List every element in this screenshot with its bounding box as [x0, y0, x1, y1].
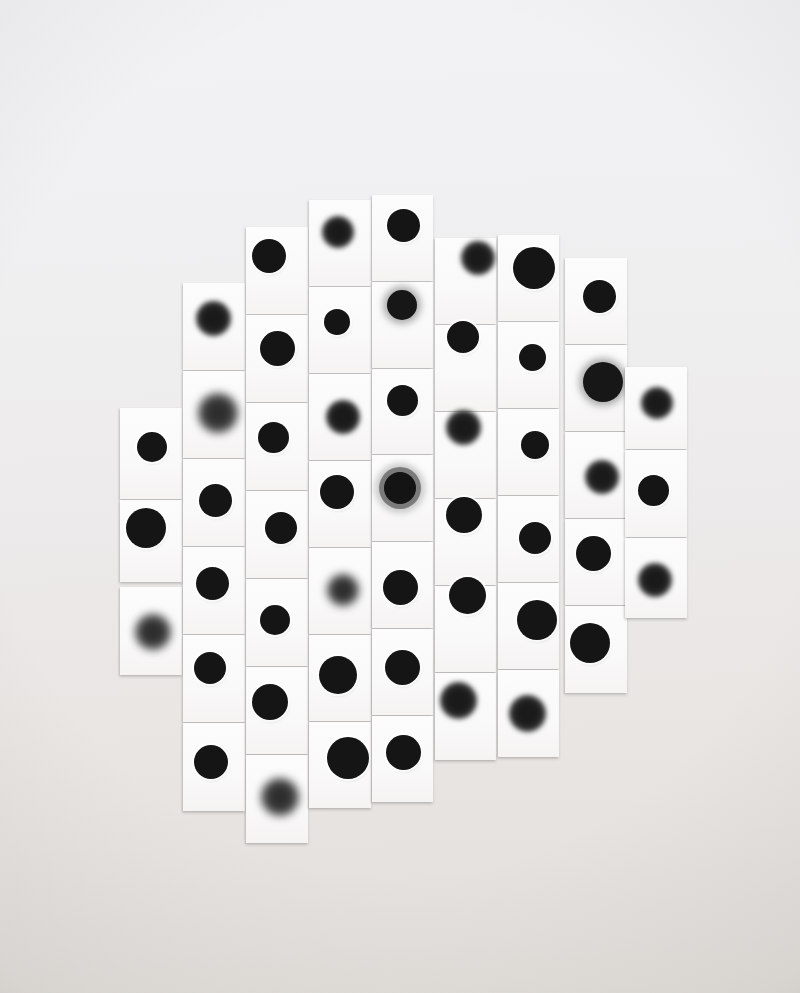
black-dot-sharp	[252, 239, 286, 273]
black-dot-sharp	[126, 508, 166, 548]
dot-card-c5r4	[372, 455, 433, 541]
dot-card-c7r2	[498, 322, 559, 408]
black-dot-sharp	[260, 605, 290, 635]
black-dot-sharp	[319, 656, 357, 694]
black-dot-sharp	[385, 650, 420, 685]
black-dot-halo	[387, 290, 417, 320]
black-dot-sharp	[576, 536, 611, 571]
dot-card-c3r2	[246, 315, 308, 402]
black-dot-blur-heavy	[135, 614, 171, 650]
dot-card-c8r5	[565, 606, 627, 693]
black-dot-sharp	[583, 280, 616, 313]
black-dot-blur-medium	[446, 410, 481, 445]
dot-card-c4r4	[309, 461, 371, 547]
black-dot-blur-medium	[326, 400, 360, 434]
dot-card-c9r2	[625, 450, 687, 537]
photo-canvas	[0, 0, 800, 993]
dot-card-c5r7	[372, 716, 433, 802]
black-dot-blur-medium	[440, 682, 477, 719]
dot-card-c3r7	[246, 755, 308, 843]
black-dot-sharp	[387, 209, 420, 242]
black-dot-blur-heavy	[327, 574, 359, 606]
dot-card-c4r7	[309, 722, 371, 808]
dot-card-c9r3	[625, 538, 687, 618]
black-dot-sharp	[260, 331, 295, 366]
black-dot-sharp	[327, 737, 369, 779]
dot-card-c7r1	[498, 235, 559, 321]
dot-card-c1r3	[120, 587, 182, 675]
black-dot-blur-medium	[638, 563, 672, 597]
black-dot-blur-medium	[585, 460, 619, 494]
dot-card-c4r2	[309, 287, 371, 373]
dot-card-c4r6	[309, 635, 371, 721]
dot-card-c6r3	[435, 412, 496, 498]
black-dot-sharp	[137, 432, 167, 462]
black-dot-sharp	[570, 623, 610, 663]
dot-card-c4r1	[309, 200, 371, 286]
black-dot-sharp	[519, 522, 551, 554]
dot-card-c3r6	[246, 667, 308, 754]
dot-card-c2r5	[183, 635, 245, 722]
black-dot-sharp	[638, 475, 669, 506]
dot-card-c5r3	[372, 369, 433, 454]
dot-card-c5r1	[372, 195, 433, 281]
dot-card-c2r2	[183, 371, 245, 458]
black-dot-sharp	[517, 600, 557, 640]
black-dot-sharp	[196, 567, 229, 600]
black-dot-sharp	[449, 577, 486, 614]
black-dot-sharp	[447, 321, 479, 353]
black-dot-sharp	[194, 652, 226, 684]
dot-card-c7r5	[498, 583, 559, 669]
dot-card-c4r3	[309, 374, 371, 460]
dot-card-c6r5	[435, 586, 496, 672]
dot-card-c6r2	[435, 325, 496, 411]
black-dot-sharp	[324, 309, 350, 335]
dot-card-c5r6	[372, 629, 433, 715]
black-dot-sharp	[386, 735, 421, 770]
black-dot-sharp	[258, 422, 289, 453]
black-dot-sharp	[194, 745, 228, 779]
dot-card-c7r3	[498, 409, 559, 495]
dot-card-c6r6	[435, 673, 496, 760]
dot-card-c8r4	[565, 519, 627, 605]
dot-card-c3r4	[246, 491, 308, 578]
dot-card-c2r1	[183, 283, 245, 370]
black-dot-sharp	[519, 344, 546, 371]
black-dot-sharp	[513, 247, 555, 289]
dot-card-c7r4	[498, 496, 559, 582]
dot-card-c2r3	[183, 459, 245, 546]
dot-card-c9r1	[625, 367, 687, 449]
dot-card-c4r5	[309, 548, 371, 634]
black-dot-sharp	[265, 512, 297, 544]
dot-card-c8r1	[565, 258, 627, 344]
dot-card-c1r1	[120, 408, 182, 499]
black-dot-sharp	[387, 385, 418, 416]
black-dot-sharp	[383, 570, 418, 605]
black-dot-sharp	[446, 497, 482, 533]
dot-card-c8r3	[565, 432, 627, 518]
black-dot-blur-heavy	[261, 778, 299, 816]
black-dot-sharp	[199, 484, 232, 517]
dot-card-c2r6	[183, 723, 245, 811]
dot-card-c3r3	[246, 403, 308, 490]
black-dot-sharp	[521, 431, 549, 459]
dot-card-c3r5	[246, 579, 308, 666]
dot-card-c6r4	[435, 499, 496, 585]
black-dot-halo	[583, 362, 623, 402]
black-dot-blur-medium	[196, 301, 231, 336]
dot-card-c2r4	[183, 547, 245, 634]
black-dot-sharp	[320, 475, 354, 509]
black-dot-blur-medium	[461, 241, 495, 275]
black-dot-ring	[384, 472, 416, 504]
black-dot-blur-medium	[641, 387, 673, 419]
black-dot-blur-heavy	[198, 393, 238, 433]
black-dot-blur-medium	[322, 216, 354, 248]
dot-card-c8r2	[565, 345, 627, 431]
dot-card-c5r2	[372, 282, 433, 368]
black-dot-blur-medium	[509, 695, 546, 732]
dot-card-c3r1	[246, 227, 308, 314]
dot-card-c1r2	[120, 500, 182, 582]
black-dot-sharp	[252, 684, 288, 720]
dot-card-c5r5	[372, 542, 433, 628]
dot-card-c6r1	[435, 238, 496, 324]
dot-card-c7r6	[498, 670, 559, 757]
